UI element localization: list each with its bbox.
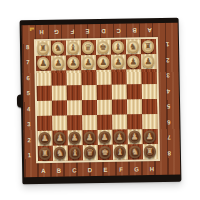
- square-b8[interactable]: ♞: [50, 41, 65, 56]
- light-piece-p[interactable]: ♟: [112, 56, 125, 69]
- square-f8[interactable]: ♝: [110, 40, 125, 55]
- light-piece-r[interactable]: ♜: [142, 40, 155, 53]
- dark-piece-r[interactable]: ♜: [39, 147, 52, 160]
- light-piece-p[interactable]: ♟: [67, 57, 80, 70]
- square-d5[interactable]: [81, 85, 96, 100]
- square-e2[interactable]: ♟: [97, 130, 112, 145]
- square-e1[interactable]: ♚: [97, 145, 112, 160]
- light-piece-p[interactable]: ♟: [127, 56, 140, 69]
- square-d7[interactable]: ♟: [81, 55, 96, 70]
- square-f5[interactable]: [111, 85, 126, 100]
- rank-label: 2: [23, 132, 35, 148]
- square-h5[interactable]: [141, 84, 156, 99]
- square-a3[interactable]: [37, 116, 52, 131]
- board-inner-border: ♜♞♝♛♚♝♞♜♟♟♟♟♟♟♟♟♟♟♟♟♟♟♟♟♜♞♝♛♚♝♞♜: [33, 37, 159, 163]
- rank-label: 8: [161, 145, 176, 161]
- square-e7[interactable]: ♟: [96, 55, 111, 70]
- rank-label: 4: [160, 83, 175, 99]
- rank-label: 6: [161, 114, 176, 130]
- rank-label: 1: [23, 148, 35, 164]
- file-label: A: [36, 164, 52, 177]
- dark-piece-p[interactable]: ♟: [38, 132, 51, 145]
- square-c3[interactable]: [67, 115, 82, 130]
- light-piece-p[interactable]: ♟: [82, 56, 95, 69]
- rank-label: 5: [22, 86, 34, 102]
- square-a2[interactable]: ♟: [37, 131, 52, 146]
- dark-piece-p[interactable]: ♟: [53, 132, 66, 145]
- light-piece-k[interactable]: ♚: [97, 41, 110, 54]
- file-label: C: [67, 163, 83, 176]
- rank-labels-right: 12345678: [159, 37, 176, 161]
- photo-background: HGFEDCBA 87654321 12345678 ABCDEFGH ♜♞♝♛…: [0, 0, 200, 200]
- rank-label: 8: [21, 39, 33, 55]
- file-label: F: [64, 24, 80, 38]
- dark-piece-p[interactable]: ♟: [113, 131, 126, 144]
- rank-label: 7: [161, 130, 176, 146]
- square-b2[interactable]: ♟: [52, 131, 67, 146]
- board-frame: HGFEDCBA 87654321 12345678 ABCDEFGH ♜♞♝♛…: [21, 23, 180, 178]
- light-piece-n[interactable]: ♞: [52, 42, 65, 55]
- square-b1[interactable]: ♞: [52, 146, 67, 161]
- light-piece-p[interactable]: ♟: [52, 57, 65, 70]
- square-c1[interactable]: ♝: [67, 145, 82, 160]
- square-h4[interactable]: [141, 99, 156, 114]
- dark-piece-n[interactable]: ♞: [129, 146, 142, 159]
- square-a4[interactable]: [36, 101, 51, 116]
- file-label: A: [142, 23, 158, 37]
- square-f6[interactable]: [111, 70, 126, 85]
- rank-label: 7: [22, 55, 34, 71]
- square-d6[interactable]: [81, 70, 96, 85]
- square-g1[interactable]: ♞: [127, 144, 142, 159]
- dark-piece-p[interactable]: ♟: [68, 132, 81, 145]
- square-h8[interactable]: ♜: [140, 39, 155, 54]
- square-e5[interactable]: [96, 85, 111, 100]
- square-f4[interactable]: [111, 100, 126, 115]
- dark-piece-p[interactable]: ♟: [128, 131, 141, 144]
- light-piece-p[interactable]: ♟: [37, 57, 50, 70]
- square-f7[interactable]: ♟: [111, 55, 126, 70]
- file-label: G: [129, 162, 145, 175]
- square-a7[interactable]: ♟: [36, 56, 51, 71]
- square-b7[interactable]: ♟: [51, 56, 66, 71]
- light-piece-n[interactable]: ♞: [127, 41, 140, 54]
- square-h6[interactable]: [141, 69, 156, 84]
- square-f1[interactable]: ♝: [112, 145, 127, 160]
- square-e8[interactable]: ♚: [95, 40, 110, 55]
- file-label: F: [113, 163, 129, 176]
- square-f2[interactable]: ♟: [112, 130, 127, 145]
- square-f3[interactable]: [112, 115, 127, 130]
- file-labels-bottom: ABCDEFGH: [36, 162, 160, 177]
- chess-board-grid: ♜♞♝♛♚♝♞♜♟♟♟♟♟♟♟♟♟♟♟♟♟♟♟♟♜♞♝♛♚♝♞♜: [35, 39, 157, 161]
- light-piece-p[interactable]: ♟: [97, 56, 110, 69]
- square-d8[interactable]: ♛: [80, 40, 95, 55]
- file-label: B: [51, 164, 67, 177]
- square-b3[interactable]: [52, 116, 67, 131]
- square-e6[interactable]: [96, 70, 111, 85]
- square-c7[interactable]: ♟: [66, 55, 81, 70]
- square-g4[interactable]: [126, 99, 141, 114]
- square-a8[interactable]: ♜: [35, 41, 50, 56]
- square-c8[interactable]: ♝: [65, 40, 80, 55]
- square-g3[interactable]: [127, 114, 142, 129]
- square-d4[interactable]: [81, 100, 96, 115]
- square-b5[interactable]: [51, 86, 66, 101]
- square-h7[interactable]: ♟: [141, 54, 156, 69]
- light-piece-b[interactable]: ♝: [67, 42, 80, 55]
- rank-label: 5: [160, 99, 175, 115]
- file-label: D: [82, 163, 98, 176]
- file-label: E: [80, 24, 96, 38]
- file-label: D: [95, 24, 111, 38]
- rank-label: 1: [159, 37, 174, 53]
- dark-piece-b[interactable]: ♝: [69, 147, 82, 160]
- file-label: G: [49, 25, 65, 39]
- light-piece-b[interactable]: ♝: [112, 41, 125, 54]
- square-c6[interactable]: [66, 70, 81, 85]
- light-piece-r[interactable]: ♜: [37, 42, 50, 55]
- file-label: C: [111, 24, 127, 38]
- rank-label: 3: [160, 68, 175, 84]
- square-e4[interactable]: [96, 100, 111, 115]
- square-h1[interactable]: ♜: [142, 144, 157, 159]
- dark-piece-n[interactable]: ♞: [54, 147, 67, 160]
- square-h2[interactable]: ♟: [142, 129, 157, 144]
- rank-label: 6: [22, 70, 34, 86]
- square-d1[interactable]: ♛: [82, 145, 97, 160]
- square-a5[interactable]: [36, 86, 51, 101]
- rank-label: 3: [23, 117, 35, 133]
- dark-piece-p[interactable]: ♟: [98, 131, 111, 144]
- file-label: B: [126, 23, 142, 37]
- square-h3[interactable]: [142, 114, 157, 129]
- square-c2[interactable]: ♟: [67, 130, 82, 145]
- file-label: H: [144, 162, 160, 175]
- file-label: E: [98, 163, 114, 176]
- square-c4[interactable]: [66, 100, 81, 115]
- square-d3[interactable]: [82, 115, 97, 130]
- light-piece-p[interactable]: ♟: [142, 55, 155, 68]
- square-g5[interactable]: [126, 84, 141, 99]
- chess-box: HGFEDCBA 87654321 12345678 ABCDEFGH ♜♞♝♛…: [20, 18, 182, 185]
- dark-piece-b[interactable]: ♝: [114, 146, 127, 159]
- dark-piece-p[interactable]: ♟: [143, 130, 156, 143]
- dark-piece-r[interactable]: ♜: [144, 145, 157, 158]
- square-g2[interactable]: ♟: [127, 129, 142, 144]
- square-g8[interactable]: ♞: [125, 39, 140, 54]
- square-b4[interactable]: [51, 101, 66, 116]
- file-label: H: [33, 25, 49, 39]
- square-a6[interactable]: [36, 71, 51, 86]
- square-d2[interactable]: ♟: [82, 130, 97, 145]
- light-piece-q[interactable]: ♛: [82, 41, 95, 54]
- square-g6[interactable]: [126, 69, 141, 84]
- square-b6[interactable]: [51, 71, 66, 86]
- dark-piece-p[interactable]: ♟: [83, 131, 96, 144]
- rank-label: 2: [160, 52, 175, 68]
- square-c5[interactable]: [66, 85, 81, 100]
- dark-piece-q[interactable]: ♛: [84, 146, 97, 159]
- rank-label: 4: [22, 101, 34, 117]
- dark-piece-k[interactable]: ♚: [99, 146, 112, 159]
- square-e3[interactable]: [97, 115, 112, 130]
- square-a1[interactable]: ♜: [37, 146, 52, 161]
- square-g7[interactable]: ♟: [126, 54, 141, 69]
